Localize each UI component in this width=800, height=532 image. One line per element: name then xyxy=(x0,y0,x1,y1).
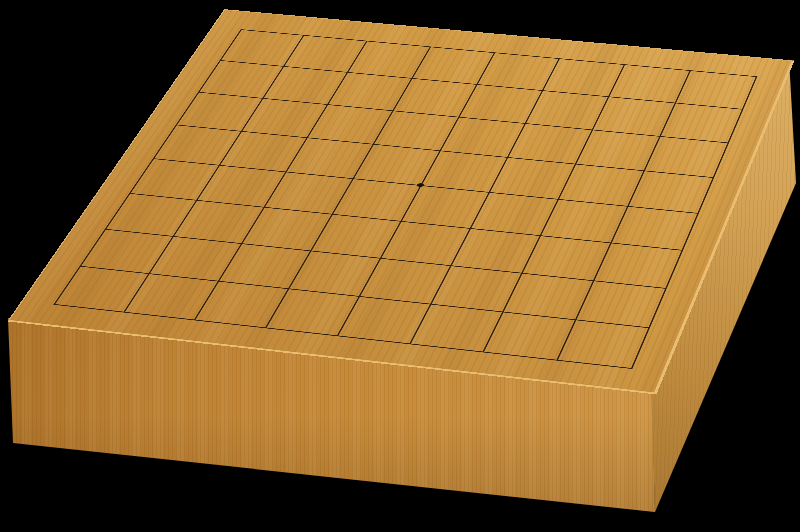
goban-grid xyxy=(53,29,757,369)
go-board-scene xyxy=(0,0,800,532)
goban-cell xyxy=(557,319,649,368)
